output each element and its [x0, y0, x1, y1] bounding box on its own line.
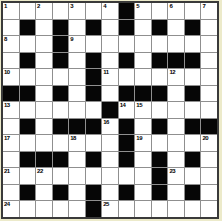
clue-number-17: 17: [4, 135, 10, 142]
white-cell-r9c10[interactable]: [152, 135, 168, 151]
white-cell-r3c1[interactable]: 8: [3, 36, 19, 52]
white-cell-r3c6[interactable]: [86, 36, 102, 52]
black-cell-r11c10: [152, 168, 168, 184]
white-cell-r10c9[interactable]: [135, 152, 151, 168]
white-cell-r7c13[interactable]: [201, 102, 217, 118]
black-cell-r12c2: [20, 185, 36, 201]
white-cell-r4c1[interactable]: [3, 53, 19, 69]
white-cell-r1c2[interactable]: [20, 3, 36, 19]
clue-number-25: 25: [103, 201, 109, 208]
white-cell-r12c5[interactable]: [69, 185, 85, 201]
clue-number-24: 24: [4, 201, 10, 208]
white-cell-r12c7[interactable]: [102, 185, 118, 201]
black-cell-r6c10: [152, 86, 168, 102]
white-cell-r13c8[interactable]: [119, 201, 135, 217]
clue-number-13: 13: [4, 102, 10, 109]
white-cell-r12c1[interactable]: [3, 185, 19, 201]
white-cell-r13c11[interactable]: [168, 201, 184, 217]
white-cell-r13c7[interactable]: 25: [102, 201, 118, 217]
black-cell-r9c8: [119, 135, 135, 151]
white-cell-r7c8[interactable]: 14: [119, 102, 135, 118]
black-cell-r4c11: [168, 53, 184, 69]
clue-number-7: 7: [202, 3, 205, 10]
white-cell-r1c5[interactable]: 3: [69, 3, 85, 19]
white-cell-r10c11[interactable]: [168, 152, 184, 168]
white-cell-r8c11[interactable]: [168, 119, 184, 135]
white-cell-r13c5[interactable]: [69, 201, 85, 217]
white-cell-r3c9[interactable]: [135, 36, 151, 52]
white-cell-r1c9[interactable]: 5: [135, 3, 151, 19]
black-cell-r6c8: [119, 86, 135, 102]
black-cell-r6c2: [20, 86, 36, 102]
white-cell-r5c9[interactable]: [135, 69, 151, 85]
white-cell-r13c4[interactable]: [53, 201, 69, 217]
white-cell-r5c2[interactable]: [20, 69, 36, 85]
white-cell-r1c6[interactable]: [86, 3, 102, 19]
white-cell-r12c9[interactable]: [135, 185, 151, 201]
clue-number-16: 16: [103, 119, 109, 126]
white-cell-r9c13[interactable]: 20: [201, 135, 217, 151]
black-cell-r12c12: [185, 185, 201, 201]
black-cell-r10c2: [20, 152, 36, 168]
white-cell-r2c3[interactable]: [36, 20, 52, 36]
clue-number-10: 10: [4, 69, 10, 76]
black-cell-r8c12: [185, 119, 201, 135]
white-cell-r9c3[interactable]: [36, 135, 52, 151]
black-cell-r5c6: [86, 69, 102, 85]
white-cell-r1c10[interactable]: [152, 3, 168, 19]
white-cell-r1c11[interactable]: 6: [168, 3, 184, 19]
white-cell-r13c13[interactable]: [201, 201, 217, 217]
white-cell-r11c5[interactable]: [69, 168, 85, 184]
white-cell-r9c1[interactable]: 17: [3, 135, 19, 151]
white-cell-r7c5[interactable]: [69, 102, 85, 118]
white-cell-r13c2[interactable]: [20, 201, 36, 217]
white-cell-r8c1[interactable]: [3, 119, 19, 135]
white-cell-r5c4[interactable]: [53, 69, 69, 85]
white-cell-r10c1[interactable]: [3, 152, 19, 168]
white-cell-r1c3[interactable]: 2: [36, 3, 52, 19]
white-cell-r11c13[interactable]: [201, 168, 217, 184]
white-cell-r2c11[interactable]: [168, 20, 184, 36]
black-cell-r1c8: [119, 3, 135, 19]
black-cell-r10c3: [36, 152, 52, 168]
white-cell-r6c5[interactable]: [69, 86, 85, 102]
black-cell-r6c9: [135, 86, 151, 102]
black-cell-r2c8: [119, 20, 135, 36]
black-cell-r4c12: [185, 53, 201, 69]
white-cell-r6c13[interactable]: [201, 86, 217, 102]
white-cell-r2c13[interactable]: [201, 20, 217, 36]
black-cell-r10c6: [86, 152, 102, 168]
black-cell-r10c10: [152, 152, 168, 168]
clue-number-19: 19: [136, 135, 142, 142]
black-cell-r8c4: [53, 119, 69, 135]
white-cell-r5c12[interactable]: [185, 69, 201, 85]
clue-number-21: 21: [4, 168, 10, 175]
white-cell-r1c4[interactable]: [53, 3, 69, 19]
black-cell-r7c7: [102, 102, 118, 118]
black-cell-r8c10: [152, 119, 168, 135]
white-cell-r7c12[interactable]: [185, 102, 201, 118]
clue-number-6: 6: [169, 3, 172, 10]
black-cell-r2c6: [86, 20, 102, 36]
black-cell-r12c6: [86, 185, 102, 201]
black-cell-r6c6: [86, 86, 102, 102]
white-cell-r13c10[interactable]: [152, 201, 168, 217]
white-cell-r11c1[interactable]: 21: [3, 168, 19, 184]
white-cell-r10c5[interactable]: [69, 152, 85, 168]
clue-number-9: 9: [70, 36, 73, 43]
white-cell-r1c13[interactable]: 7: [201, 3, 217, 19]
black-cell-r10c4: [53, 152, 69, 168]
white-cell-r13c9[interactable]: [135, 201, 151, 217]
white-cell-r11c6[interactable]: [86, 168, 102, 184]
black-cell-r2c12: [185, 20, 201, 36]
white-cell-r2c9[interactable]: [135, 20, 151, 36]
black-cell-r8c2: [20, 119, 36, 135]
black-cell-r12c10: [152, 185, 168, 201]
black-cell-r8c8: [119, 119, 135, 135]
white-cell-r9c2[interactable]: [20, 135, 36, 151]
white-cell-r9c6[interactable]: [86, 135, 102, 151]
white-cell-r11c4[interactable]: [53, 168, 69, 184]
white-cell-r8c9[interactable]: [135, 119, 151, 135]
white-cell-r10c13[interactable]: [201, 152, 217, 168]
white-cell-r5c5[interactable]: [69, 69, 85, 85]
black-cell-r2c2: [20, 20, 36, 36]
white-cell-r4c9[interactable]: [135, 53, 151, 69]
clue-number-5: 5: [136, 3, 139, 10]
white-cell-r2c7[interactable]: [102, 20, 118, 36]
black-cell-r3c4: [53, 36, 69, 52]
white-cell-r7c11[interactable]: [168, 102, 184, 118]
black-cell-r2c4: [53, 20, 69, 36]
black-cell-r4c2: [20, 53, 36, 69]
white-cell-r9c11[interactable]: [168, 135, 184, 151]
white-cell-r5c3[interactable]: [36, 69, 52, 85]
black-cell-r13c6: [86, 201, 102, 217]
white-cell-r11c2[interactable]: [20, 168, 36, 184]
black-cell-r8c6: [86, 119, 102, 135]
black-cell-r2c10: [152, 20, 168, 36]
black-cell-r10c8: [119, 152, 135, 168]
black-cell-r6c1: [3, 86, 19, 102]
white-cell-r4c7[interactable]: [102, 53, 118, 69]
clue-number-20: 20: [202, 135, 208, 142]
crossword-grid: 1234567891011121314151617181920212223242…: [1, 1, 219, 219]
clue-number-2: 2: [37, 3, 40, 10]
white-cell-r5c11[interactable]: 12: [168, 69, 184, 85]
white-cell-r8c7[interactable]: 16: [102, 119, 118, 135]
white-cell-r1c12[interactable]: [185, 3, 201, 19]
clue-number-12: 12: [169, 69, 175, 76]
white-cell-r5c1[interactable]: 10: [3, 69, 19, 85]
white-cell-r11c12[interactable]: [185, 168, 201, 184]
white-cell-r7c9[interactable]: 15: [135, 102, 151, 118]
white-cell-r9c7[interactable]: [102, 135, 118, 151]
black-cell-r8c5: [69, 119, 85, 135]
black-cell-r6c12: [185, 86, 201, 102]
black-cell-r12c8: [119, 185, 135, 201]
clue-number-14: 14: [120, 102, 126, 109]
white-cell-r5c8[interactable]: [119, 69, 135, 85]
black-cell-r4c4: [53, 53, 69, 69]
white-cell-r11c7[interactable]: [102, 168, 118, 184]
white-cell-r3c5[interactable]: 9: [69, 36, 85, 52]
black-cell-r4c10: [152, 53, 168, 69]
white-cell-r13c3[interactable]: [36, 201, 52, 217]
white-cell-r5c7[interactable]: 11: [102, 69, 118, 85]
black-cell-r4c8: [119, 53, 135, 69]
black-cell-r6c4: [53, 86, 69, 102]
white-cell-r6c7[interactable]: [102, 86, 118, 102]
white-cell-r7c6[interactable]: [86, 102, 102, 118]
clue-number-23: 23: [169, 168, 175, 175]
white-cell-r9c12[interactable]: [185, 135, 201, 151]
white-cell-r7c4[interactable]: [53, 102, 69, 118]
white-cell-r13c1[interactable]: 24: [3, 201, 19, 217]
white-cell-r3c10[interactable]: [152, 36, 168, 52]
white-cell-r10c7[interactable]: [102, 152, 118, 168]
black-cell-r4c6: [86, 53, 102, 69]
white-cell-r7c2[interactable]: [20, 102, 36, 118]
white-cell-r6c3[interactable]: [36, 86, 52, 102]
white-cell-r7c10[interactable]: [152, 102, 168, 118]
white-cell-r12c11[interactable]: [168, 185, 184, 201]
white-cell-r2c1[interactable]: [3, 20, 19, 36]
white-cell-r4c3[interactable]: [36, 53, 52, 69]
clue-number-15: 15: [136, 102, 142, 109]
white-cell-r7c3[interactable]: [36, 102, 52, 118]
white-cell-r11c11[interactable]: 23: [168, 168, 184, 184]
white-cell-r1c7[interactable]: 4: [102, 3, 118, 19]
white-cell-r11c8[interactable]: [119, 168, 135, 184]
clue-number-4: 4: [103, 3, 106, 10]
white-cell-r9c5[interactable]: 18: [69, 135, 85, 151]
white-cell-r8c3[interactable]: [36, 119, 52, 135]
white-cell-r3c13[interactable]: [201, 36, 217, 52]
white-cell-r5c10[interactable]: [152, 69, 168, 85]
white-cell-r3c7[interactable]: [102, 36, 118, 52]
white-cell-r3c2[interactable]: [20, 36, 36, 52]
clue-number-22: 22: [37, 168, 43, 175]
clue-number-3: 3: [70, 3, 73, 10]
white-cell-r9c4[interactable]: [53, 135, 69, 151]
black-cell-r12c4: [53, 185, 69, 201]
white-cell-r4c5[interactable]: [69, 53, 85, 69]
white-cell-r13c12[interactable]: [185, 201, 201, 217]
white-cell-r7c1[interactable]: 13: [3, 102, 19, 118]
white-cell-r4c13[interactable]: [201, 53, 217, 69]
white-cell-r11c9[interactable]: [135, 168, 151, 184]
white-cell-r3c11[interactable]: [168, 36, 184, 52]
white-cell-r5c13[interactable]: [201, 69, 217, 85]
white-cell-r12c3[interactable]: [36, 185, 52, 201]
clue-number-8: 8: [4, 36, 7, 43]
clue-number-1: 1: [4, 3, 7, 10]
white-cell-r9c9[interactable]: 19: [135, 135, 151, 151]
clue-number-18: 18: [70, 135, 76, 142]
black-cell-r10c12: [185, 152, 201, 168]
white-cell-r11c3[interactable]: 22: [36, 168, 52, 184]
white-cell-r3c8[interactable]: [119, 36, 135, 52]
white-cell-r2c5[interactable]: [69, 20, 85, 36]
crossword-board-wrapper: 1234567891011121314151617181920212223242…: [1, 1, 219, 219]
white-cell-r12c13[interactable]: [201, 185, 217, 201]
white-cell-r3c3[interactable]: [36, 36, 52, 52]
clue-number-11: 11: [103, 69, 108, 76]
white-cell-r6c11[interactable]: [168, 86, 184, 102]
white-cell-r1c1[interactable]: 1: [3, 3, 19, 19]
white-cell-r3c12[interactable]: [185, 36, 201, 52]
black-cell-r8c13: [201, 119, 217, 135]
